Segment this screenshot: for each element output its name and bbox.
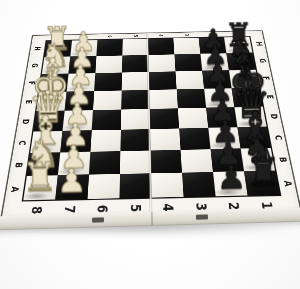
square-d4[interactable] (150, 108, 180, 129)
board-tilt: 87654321 87654321 HGFEDCBA HGFEDCBA ♜♟♟♜… (0, 30, 300, 219)
square-a7[interactable]: ♟ (55, 175, 89, 200)
square-c3[interactable] (179, 128, 210, 150)
file-label: G (21, 60, 49, 70)
rank-label: 3 (182, 27, 191, 43)
square-a4[interactable] (151, 173, 184, 198)
square-a2[interactable]: ♟ (213, 171, 248, 196)
hinge-icon (92, 217, 104, 222)
square-e3[interactable] (177, 89, 207, 109)
piece-bp: ♟ (216, 160, 246, 193)
piece-wp: ♟ (56, 164, 86, 197)
square-b6[interactable] (89, 151, 120, 174)
rank-label: 7 (80, 29, 89, 45)
square-g3[interactable] (174, 54, 202, 72)
square-b5[interactable] (120, 151, 151, 174)
square-f3[interactable] (175, 71, 204, 90)
square-f6[interactable] (94, 73, 122, 92)
square-d6[interactable] (92, 110, 122, 131)
square-c4[interactable] (150, 128, 181, 150)
square-f5[interactable] (122, 72, 149, 91)
square-e4[interactable] (149, 89, 178, 109)
rank-label: 4 (156, 28, 165, 44)
file-label: H (24, 44, 51, 53)
square-g4[interactable] (148, 54, 175, 72)
square-f4[interactable] (149, 71, 177, 90)
square-d3[interactable] (178, 108, 208, 129)
chess-board: 87654321 87654321 HGFEDCBA HGFEDCBA ♜♟♟♜… (0, 30, 300, 219)
square-e5[interactable] (121, 90, 149, 110)
square-g6[interactable] (95, 56, 122, 74)
hinge-icon (196, 214, 208, 219)
file-label: G (249, 55, 278, 65)
front-edge-seam (151, 212, 153, 225)
square-d5[interactable] (121, 109, 150, 130)
square-c5[interactable] (120, 129, 150, 151)
rank-label: 6 (105, 29, 114, 45)
chess-set-photo: 87654321 87654321 HGFEDCBA HGFEDCBA ♜♟♟♜… (0, 0, 300, 289)
piece-br: ♜ (245, 152, 281, 192)
square-a3[interactable] (182, 172, 216, 197)
board-scene: 87654321 87654321 HGFEDCBA HGFEDCBA ♜♟♟♜… (15, 0, 282, 244)
square-g5[interactable] (122, 55, 149, 73)
square-b4[interactable] (150, 150, 182, 173)
file-label: H (246, 39, 274, 49)
piece-wr: ♜ (21, 157, 57, 197)
square-a5[interactable] (119, 173, 151, 198)
square-c6[interactable] (90, 130, 121, 152)
square-e6[interactable] (93, 90, 122, 110)
square-a8[interactable]: ♜ (23, 175, 58, 200)
rank-label: 5 (131, 28, 139, 44)
square-b3[interactable] (181, 149, 213, 172)
square-a6[interactable] (87, 174, 120, 199)
square-a1[interactable]: ♜ (244, 171, 280, 196)
